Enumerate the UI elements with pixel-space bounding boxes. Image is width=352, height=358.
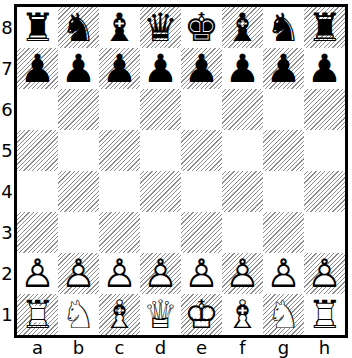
- square-d4[interactable]: [140, 171, 181, 212]
- piece-white-bishop[interactable]: ♝♗: [225, 295, 260, 334]
- piece-glyph: ♙: [184, 251, 219, 296]
- square-d1[interactable]: ♛♕: [140, 294, 181, 335]
- square-a7[interactable]: ♟: [17, 48, 58, 89]
- piece-glyph: ♟: [225, 46, 260, 91]
- square-f2[interactable]: ♟♙: [222, 253, 263, 294]
- rank-label-4: 4: [0, 171, 14, 212]
- square-d6[interactable]: [140, 89, 181, 130]
- square-h6[interactable]: [304, 89, 345, 130]
- square-f8[interactable]: ♝: [222, 7, 263, 48]
- square-f6[interactable]: [222, 89, 263, 130]
- square-a5[interactable]: [17, 130, 58, 171]
- square-b7[interactable]: ♟: [58, 48, 99, 89]
- square-a8[interactable]: ♜: [17, 7, 58, 48]
- piece-glyph: ♕: [143, 292, 178, 337]
- square-b4[interactable]: [58, 171, 99, 212]
- piece-black-pawn[interactable]: ♟: [143, 49, 178, 88]
- piece-glyph: ♞: [61, 5, 96, 50]
- square-a1[interactable]: ♜♖: [17, 294, 58, 335]
- piece-black-pawn[interactable]: ♟: [102, 49, 137, 88]
- rank-label-7: 7: [0, 48, 14, 89]
- square-g7[interactable]: ♟: [263, 48, 304, 89]
- piece-black-knight[interactable]: ♞: [61, 8, 96, 47]
- piece-glyph: ♙: [102, 251, 137, 296]
- piece-glyph: ♟: [61, 46, 96, 91]
- square-g2[interactable]: ♟♙: [263, 253, 304, 294]
- square-b8[interactable]: ♞: [58, 7, 99, 48]
- square-e2[interactable]: ♟♙: [181, 253, 222, 294]
- file-label-a: a: [17, 338, 58, 358]
- square-e6[interactable]: [181, 89, 222, 130]
- piece-white-pawn[interactable]: ♟♙: [20, 254, 55, 293]
- piece-glyph: ♔: [184, 292, 219, 337]
- rank-label-2: 2: [0, 253, 14, 294]
- piece-glyph: ♟: [266, 46, 301, 91]
- square-a3[interactable]: [17, 212, 58, 253]
- square-e1[interactable]: ♚♔: [181, 294, 222, 335]
- piece-glyph: ♟: [102, 46, 137, 91]
- square-b6[interactable]: [58, 89, 99, 130]
- square-c3[interactable]: [99, 212, 140, 253]
- rank-label-1: 1: [0, 294, 14, 335]
- piece-black-rook[interactable]: ♜: [20, 8, 55, 47]
- chess-diagram: 87654321 ♜♞♝♛♚♝♞♜♟♟♟♟♟♟♟♟♟♙♟♙♟♙♟♙♟♙♟♙♟♙♟…: [0, 0, 352, 358]
- piece-glyph: ♙: [143, 251, 178, 296]
- square-f1[interactable]: ♝♗: [222, 294, 263, 335]
- square-b1[interactable]: ♞♘: [58, 294, 99, 335]
- square-c8[interactable]: ♝: [99, 7, 140, 48]
- square-g1[interactable]: ♞♘: [263, 294, 304, 335]
- piece-white-rook[interactable]: ♜♖: [307, 295, 342, 334]
- square-b2[interactable]: ♟♙: [58, 253, 99, 294]
- piece-glyph: ♗: [225, 292, 260, 337]
- square-g5[interactable]: [263, 130, 304, 171]
- piece-glyph: ♝: [225, 5, 260, 50]
- square-e8[interactable]: ♚: [181, 7, 222, 48]
- piece-glyph: ♙: [20, 251, 55, 296]
- square-h3[interactable]: [304, 212, 345, 253]
- file-labels: abcdefgh: [17, 338, 345, 358]
- piece-white-pawn[interactable]: ♟♙: [102, 254, 137, 293]
- square-a2[interactable]: ♟♙: [17, 253, 58, 294]
- piece-white-pawn[interactable]: ♟♙: [184, 254, 219, 293]
- piece-black-pawn[interactable]: ♟: [184, 49, 219, 88]
- square-e3[interactable]: [181, 212, 222, 253]
- piece-black-bishop[interactable]: ♝: [102, 8, 137, 47]
- square-c5[interactable]: [99, 130, 140, 171]
- rank-labels: 87654321: [0, 7, 14, 335]
- piece-glyph: ♖: [20, 292, 55, 337]
- piece-white-pawn[interactable]: ♟♙: [307, 254, 342, 293]
- file-label-f: f: [222, 338, 263, 358]
- square-g8[interactable]: ♞: [263, 7, 304, 48]
- piece-glyph: ♝: [102, 5, 137, 50]
- file-label-c: c: [99, 338, 140, 358]
- file-label-h: h: [304, 338, 345, 358]
- piece-black-pawn[interactable]: ♟: [225, 49, 260, 88]
- piece-glyph: ♛: [143, 5, 178, 50]
- square-d2[interactable]: ♟♙: [140, 253, 181, 294]
- square-d7[interactable]: ♟: [140, 48, 181, 89]
- square-e7[interactable]: ♟: [181, 48, 222, 89]
- piece-glyph: ♙: [61, 251, 96, 296]
- piece-glyph: ♜: [307, 5, 342, 50]
- square-e5[interactable]: [181, 130, 222, 171]
- piece-glyph: ♟: [20, 46, 55, 91]
- square-h8[interactable]: ♜: [304, 7, 345, 48]
- piece-glyph: ♙: [266, 251, 301, 296]
- piece-glyph: ♙: [225, 251, 260, 296]
- square-f5[interactable]: [222, 130, 263, 171]
- square-b5[interactable]: [58, 130, 99, 171]
- square-e4[interactable]: [181, 171, 222, 212]
- piece-glyph: ♙: [307, 251, 342, 296]
- piece-black-queen[interactable]: ♛: [143, 8, 178, 47]
- piece-glyph: ♚: [184, 5, 219, 50]
- square-d5[interactable]: [140, 130, 181, 171]
- square-h7[interactable]: ♟: [304, 48, 345, 89]
- square-a6[interactable]: [17, 89, 58, 130]
- piece-glyph: ♗: [102, 292, 137, 337]
- piece-white-pawn[interactable]: ♟♙: [266, 254, 301, 293]
- piece-white-king[interactable]: ♚♔: [184, 295, 219, 334]
- square-h1[interactable]: ♜♖: [304, 294, 345, 335]
- file-label-d: d: [140, 338, 181, 358]
- piece-glyph: ♞: [266, 5, 301, 50]
- piece-white-knight[interactable]: ♞♘: [61, 295, 96, 334]
- square-d3[interactable]: [140, 212, 181, 253]
- square-h5[interactable]: [304, 130, 345, 171]
- square-g4[interactable]: [263, 171, 304, 212]
- piece-glyph: ♟: [307, 46, 342, 91]
- piece-black-pawn[interactable]: ♟: [307, 49, 342, 88]
- rank-label-3: 3: [0, 212, 14, 253]
- piece-glyph: ♘: [61, 292, 96, 337]
- piece-white-rook[interactable]: ♜♖: [20, 295, 55, 334]
- square-g3[interactable]: [263, 212, 304, 253]
- square-c6[interactable]: [99, 89, 140, 130]
- square-b3[interactable]: [58, 212, 99, 253]
- square-f3[interactable]: [222, 212, 263, 253]
- file-label-e: e: [181, 338, 222, 358]
- piece-black-pawn[interactable]: ♟: [266, 49, 301, 88]
- rank-label-8: 8: [0, 7, 14, 48]
- square-c4[interactable]: [99, 171, 140, 212]
- piece-white-queen[interactable]: ♛♕: [143, 295, 178, 334]
- square-f7[interactable]: ♟: [222, 48, 263, 89]
- square-c2[interactable]: ♟♙: [99, 253, 140, 294]
- chess-board: ♜♞♝♛♚♝♞♜♟♟♟♟♟♟♟♟♟♙♟♙♟♙♟♙♟♙♟♙♟♙♟♙♜♖♞♘♝♗♛♕…: [14, 4, 348, 338]
- piece-glyph: ♘: [266, 292, 301, 337]
- piece-white-pawn[interactable]: ♟♙: [225, 254, 260, 293]
- piece-black-pawn[interactable]: ♟: [20, 49, 55, 88]
- piece-black-king[interactable]: ♚: [184, 8, 219, 47]
- file-label-g: g: [263, 338, 304, 358]
- piece-glyph: ♟: [184, 46, 219, 91]
- square-c7[interactable]: ♟: [99, 48, 140, 89]
- file-label-b: b: [58, 338, 99, 358]
- piece-glyph: ♖: [307, 292, 342, 337]
- piece-glyph: ♟: [143, 46, 178, 91]
- piece-black-rook[interactable]: ♜: [307, 8, 342, 47]
- piece-glyph: ♜: [20, 5, 55, 50]
- piece-white-pawn[interactable]: ♟♙: [61, 254, 96, 293]
- square-c1[interactable]: ♝♗: [99, 294, 140, 335]
- rank-label-6: 6: [0, 89, 14, 130]
- square-g6[interactable]: [263, 89, 304, 130]
- piece-white-bishop[interactable]: ♝♗: [102, 295, 137, 334]
- rank-label-5: 5: [0, 130, 14, 171]
- square-a4[interactable]: [17, 171, 58, 212]
- square-d8[interactable]: ♛: [140, 7, 181, 48]
- piece-white-pawn[interactable]: ♟♙: [143, 254, 178, 293]
- square-f4[interactable]: [222, 171, 263, 212]
- piece-black-bishop[interactable]: ♝: [225, 8, 260, 47]
- piece-black-knight[interactable]: ♞: [266, 8, 301, 47]
- piece-white-knight[interactable]: ♞♘: [266, 295, 301, 334]
- square-h4[interactable]: [304, 171, 345, 212]
- square-h2[interactable]: ♟♙: [304, 253, 345, 294]
- piece-black-pawn[interactable]: ♟: [61, 49, 96, 88]
